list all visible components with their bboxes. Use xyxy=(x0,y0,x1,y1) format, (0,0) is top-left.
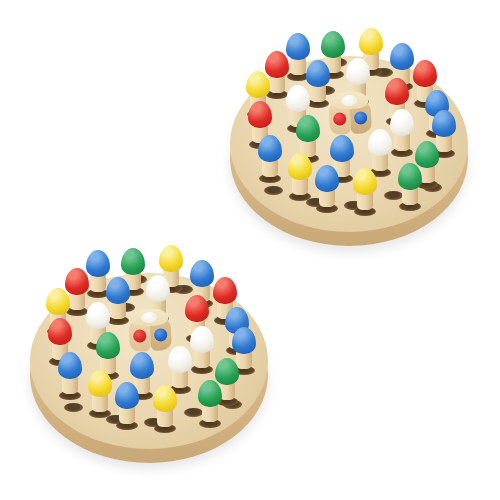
peg-cap-yellow xyxy=(246,71,270,98)
memory-stick-green[interactable] xyxy=(398,163,422,211)
empty-peg-hole[interactable] xyxy=(264,186,283,195)
peg-cap-green xyxy=(96,332,120,359)
peg-cap-blue xyxy=(106,277,130,304)
peg-cap-red xyxy=(213,277,237,304)
die-pip-red xyxy=(333,112,347,126)
peg-cap-blue xyxy=(315,165,339,192)
peg-cap-white xyxy=(286,85,310,112)
memory-stick-blue[interactable] xyxy=(58,352,82,400)
die-pip-white xyxy=(341,95,358,107)
color-die[interactable] xyxy=(128,308,172,354)
peg-cap-red xyxy=(385,78,409,105)
die-pip-white xyxy=(141,312,158,324)
peg-cap-green xyxy=(398,163,422,190)
peg-cap-blue xyxy=(86,250,110,277)
peg-cap-white xyxy=(190,326,214,353)
peg-cap-white xyxy=(86,302,110,329)
peg-cap-blue xyxy=(390,43,414,70)
peg-cap-yellow xyxy=(353,168,377,195)
die-top-face xyxy=(130,308,169,327)
memory-stick-blue[interactable] xyxy=(115,382,139,430)
die-top-face xyxy=(330,91,369,110)
peg-cap-red xyxy=(248,101,272,128)
peg-cap-white xyxy=(368,129,392,156)
memory-stick-blue[interactable] xyxy=(258,135,282,183)
peg-cap-green xyxy=(198,380,222,407)
peg-cap-white xyxy=(146,275,170,302)
memory-chess-board-top-right xyxy=(228,28,470,248)
peg-cap-green xyxy=(121,248,145,275)
peg-cap-red xyxy=(48,318,72,345)
peg-cap-red xyxy=(413,60,437,87)
peg-cap-blue xyxy=(58,352,82,379)
peg-cap-white xyxy=(390,109,414,136)
peg-cap-white xyxy=(346,58,370,85)
peg-cap-yellow xyxy=(46,288,70,315)
peg-cap-blue xyxy=(286,33,310,60)
peg-cap-blue xyxy=(258,135,282,162)
memory-stick-yellow[interactable] xyxy=(353,168,377,216)
die-pip-blue xyxy=(354,111,368,125)
peg-cap-yellow xyxy=(288,153,312,180)
product-photo-stage xyxy=(0,0,500,500)
peg-cap-red xyxy=(185,295,209,322)
peg-cap-blue xyxy=(306,60,330,87)
peg-cap-white xyxy=(168,346,192,373)
peg-cap-green xyxy=(296,115,320,142)
peg-cap-yellow xyxy=(159,245,183,272)
memory-stick-yellow[interactable] xyxy=(288,153,312,201)
peg-cap-green xyxy=(321,31,345,58)
memory-stick-green[interactable] xyxy=(198,380,222,428)
memory-stick-white[interactable] xyxy=(190,326,214,374)
empty-peg-hole[interactable] xyxy=(64,403,83,412)
peg-cap-blue xyxy=(130,352,154,379)
peg-cap-blue xyxy=(432,110,456,137)
peg-cap-blue xyxy=(330,135,354,162)
color-die[interactable] xyxy=(328,91,372,137)
peg-cap-blue xyxy=(190,260,214,287)
die-pip-red xyxy=(133,329,147,343)
peg-cap-yellow xyxy=(359,28,383,55)
peg-cap-yellow xyxy=(153,385,177,412)
memory-stick-yellow[interactable] xyxy=(153,385,177,433)
peg-cap-blue xyxy=(115,382,139,409)
memory-stick-white[interactable] xyxy=(390,109,414,157)
memory-stick-blue[interactable] xyxy=(315,165,339,213)
die-pip-blue xyxy=(154,328,168,342)
peg-cap-yellow xyxy=(88,370,112,397)
peg-cap-blue xyxy=(232,327,256,354)
memory-stick-yellow[interactable] xyxy=(88,370,112,418)
memory-chess-board-bottom-left xyxy=(28,245,270,465)
